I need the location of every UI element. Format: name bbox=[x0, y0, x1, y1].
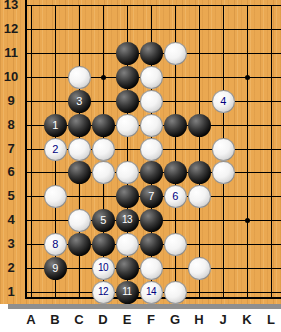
col-label-J: J bbox=[213, 312, 233, 327]
stone-black-G6[interactable] bbox=[164, 161, 187, 184]
stone-black-C9[interactable]: 3 bbox=[68, 90, 91, 113]
col-label-D: D bbox=[93, 312, 113, 327]
move-number: 11 bbox=[122, 287, 131, 297]
move-number: 2 bbox=[52, 144, 58, 155]
stone-white-G11[interactable] bbox=[164, 42, 187, 65]
stone-white-J6[interactable] bbox=[212, 161, 235, 184]
col-label-G: G bbox=[165, 312, 185, 327]
stone-white-B5[interactable] bbox=[44, 185, 67, 208]
hoshi-D10 bbox=[101, 75, 106, 80]
stone-white-E8[interactable] bbox=[116, 114, 139, 137]
move-number: 7 bbox=[148, 191, 154, 202]
stone-black-F5[interactable]: 7 bbox=[140, 185, 163, 208]
stone-white-D6[interactable] bbox=[92, 161, 115, 184]
stone-white-D2[interactable]: 10 bbox=[92, 257, 115, 280]
stone-black-H6[interactable] bbox=[188, 161, 211, 184]
col-label-K: K bbox=[237, 312, 257, 327]
col-label-A: A bbox=[21, 312, 41, 327]
move-number: 14 bbox=[146, 287, 156, 297]
grid-vline-L bbox=[271, 5, 272, 298]
stone-black-D8[interactable] bbox=[92, 114, 115, 137]
stone-white-F10[interactable] bbox=[140, 66, 163, 89]
stone-black-B8[interactable]: 1 bbox=[44, 114, 67, 137]
move-number: 8 bbox=[52, 239, 58, 250]
stone-white-G5[interactable]: 6 bbox=[164, 185, 187, 208]
stone-black-E5[interactable] bbox=[116, 185, 139, 208]
stone-white-H2[interactable] bbox=[188, 257, 211, 280]
stone-white-E3[interactable] bbox=[116, 233, 139, 256]
stone-black-E1[interactable]: 11 bbox=[116, 281, 139, 304]
stone-black-E2[interactable] bbox=[116, 257, 139, 280]
move-number: 9 bbox=[52, 263, 58, 274]
move-number: 13 bbox=[122, 215, 132, 225]
row-label-8: 8 bbox=[0, 117, 22, 132]
stone-black-F6[interactable] bbox=[140, 161, 163, 184]
hoshi-K10 bbox=[245, 75, 250, 80]
stone-white-E6[interactable] bbox=[116, 161, 139, 184]
stone-white-C4[interactable] bbox=[68, 209, 91, 232]
stone-black-F11[interactable] bbox=[140, 42, 163, 65]
stone-black-E9[interactable] bbox=[116, 90, 139, 113]
row-label-13: 13 bbox=[0, 0, 22, 12]
stone-black-C8[interactable] bbox=[68, 114, 91, 137]
stone-black-E10[interactable] bbox=[116, 66, 139, 89]
stone-white-B3[interactable]: 8 bbox=[44, 233, 67, 256]
stone-white-F2[interactable] bbox=[140, 257, 163, 280]
move-number: 10 bbox=[98, 263, 108, 273]
row-label-5: 5 bbox=[0, 188, 22, 203]
stone-black-F4[interactable] bbox=[140, 209, 163, 232]
stone-white-C7[interactable] bbox=[68, 138, 91, 161]
stone-black-G8[interactable] bbox=[164, 114, 187, 137]
stone-black-E4[interactable]: 13 bbox=[116, 209, 139, 232]
row-label-9: 9 bbox=[0, 93, 22, 108]
stone-black-E11[interactable] bbox=[116, 42, 139, 65]
stone-white-H5[interactable] bbox=[188, 185, 211, 208]
stone-black-D4[interactable]: 5 bbox=[92, 209, 115, 232]
move-number: 12 bbox=[98, 287, 108, 297]
grid-vline-K bbox=[247, 5, 248, 298]
row-label-2: 2 bbox=[0, 260, 22, 275]
col-label-F: F bbox=[141, 312, 161, 327]
stone-black-D3[interactable] bbox=[92, 233, 115, 256]
move-number: 4 bbox=[220, 96, 226, 107]
stone-black-C3[interactable] bbox=[68, 233, 91, 256]
column-coordinate-strip: ABCDEFGHJKL bbox=[0, 309, 281, 332]
row-label-10: 10 bbox=[0, 69, 22, 84]
row-label-7: 7 bbox=[0, 141, 22, 156]
col-label-E: E bbox=[117, 312, 137, 327]
grid-hline-12 bbox=[26, 29, 281, 30]
stone-white-C10[interactable] bbox=[68, 66, 91, 89]
grid-vline-A bbox=[31, 5, 32, 298]
col-label-B: B bbox=[45, 312, 65, 327]
goban[interactable]: 341276513891012111413121110987654321 bbox=[0, 0, 281, 304]
row-label-11: 11 bbox=[0, 45, 22, 60]
move-number: 6 bbox=[172, 191, 178, 202]
stone-white-D1[interactable]: 12 bbox=[92, 281, 115, 304]
stone-black-C6[interactable] bbox=[68, 161, 91, 184]
stone-black-H8[interactable] bbox=[188, 114, 211, 137]
stone-white-J7[interactable] bbox=[212, 138, 235, 161]
move-number: 5 bbox=[100, 215, 106, 226]
stone-black-B2[interactable]: 9 bbox=[44, 257, 67, 280]
hoshi-K4 bbox=[245, 218, 250, 223]
row-label-1: 1 bbox=[0, 284, 22, 299]
grid-vline-H bbox=[199, 5, 200, 298]
stone-white-F9[interactable] bbox=[140, 90, 163, 113]
stone-white-F8[interactable] bbox=[140, 114, 163, 137]
stone-white-F7[interactable] bbox=[140, 138, 163, 161]
row-label-6: 6 bbox=[0, 164, 22, 179]
stone-white-D7[interactable] bbox=[92, 138, 115, 161]
row-label-12: 12 bbox=[0, 21, 22, 36]
go-diagram: 341276513891012111413121110987654321 ABC… bbox=[0, 0, 281, 332]
stone-white-J9[interactable]: 4 bbox=[212, 90, 235, 113]
row-label-4: 4 bbox=[0, 212, 22, 227]
stone-white-G3[interactable] bbox=[164, 233, 187, 256]
move-number: 3 bbox=[76, 96, 82, 107]
row-label-3: 3 bbox=[0, 236, 22, 251]
col-label-H: H bbox=[189, 312, 209, 327]
col-label-L: L bbox=[261, 312, 281, 327]
grid-hline-13 bbox=[26, 5, 281, 6]
stone-white-G1[interactable] bbox=[164, 281, 187, 304]
col-label-C: C bbox=[69, 312, 89, 327]
move-number: 1 bbox=[52, 120, 58, 131]
stone-white-F1[interactable]: 14 bbox=[140, 281, 163, 304]
stone-black-F3[interactable] bbox=[140, 233, 163, 256]
stone-white-B7[interactable]: 2 bbox=[44, 138, 67, 161]
